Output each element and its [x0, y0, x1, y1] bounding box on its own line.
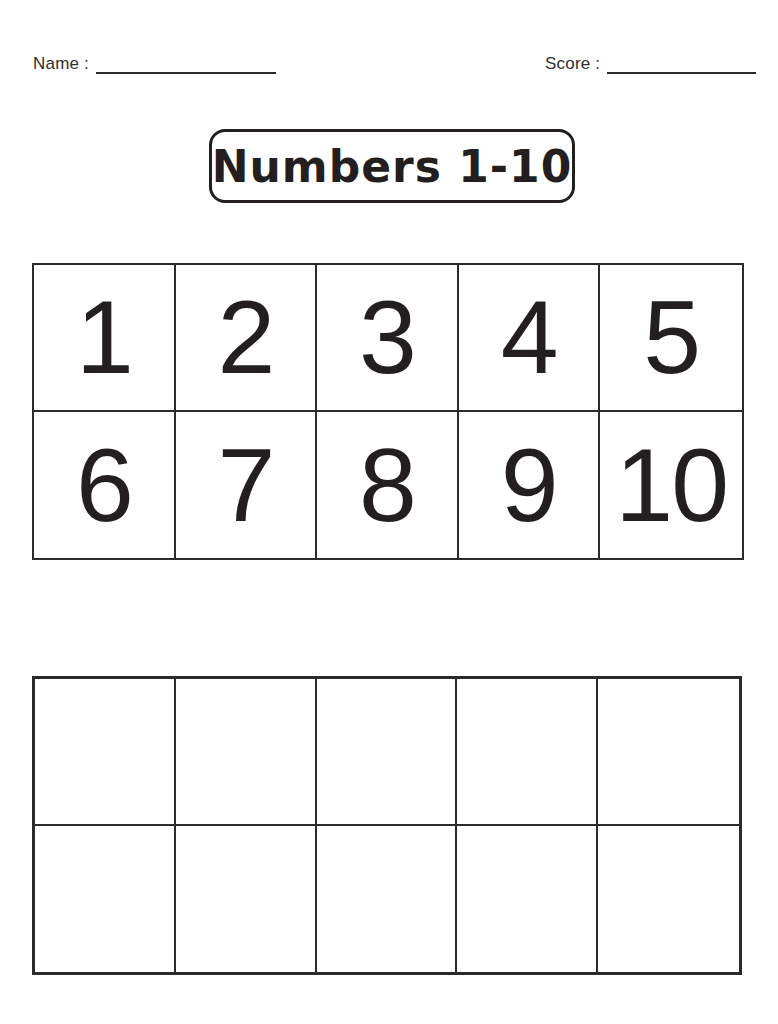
practice-cell-5[interactable]: [598, 679, 739, 826]
practice-cell-9[interactable]: [457, 826, 598, 973]
name-label: Name :: [33, 55, 89, 74]
number-cell-8: 8: [317, 412, 459, 559]
number-cell-2: 2: [176, 265, 318, 412]
page-title: Numbers 1-10: [212, 141, 573, 192]
numbers-grid: 1 2 3 4 5 6 7 8 9 10: [32, 263, 744, 560]
practice-cell-1[interactable]: [35, 679, 176, 826]
number-cell-3: 3: [317, 265, 459, 412]
score-label: Score :: [545, 55, 600, 74]
number-cell-4: 4: [459, 265, 601, 412]
number-cell-6: 6: [34, 412, 176, 559]
practice-cell-10[interactable]: [598, 826, 739, 973]
number-cell-9: 9: [459, 412, 601, 559]
number-cell-10: 10: [600, 412, 742, 559]
worksheet-page: { "game": "counting-practice-worksheet",…: [0, 0, 778, 1024]
score-field-group: Score :: [545, 55, 756, 74]
practice-cell-4[interactable]: [457, 679, 598, 826]
number-cell-5: 5: [600, 265, 742, 412]
practice-cell-6[interactable]: [35, 826, 176, 973]
practice-cell-7[interactable]: [176, 826, 317, 973]
title-box: Numbers 1-10: [209, 129, 575, 203]
number-cell-7: 7: [176, 412, 318, 559]
practice-cell-8[interactable]: [317, 826, 458, 973]
name-field-group: Name :: [33, 55, 276, 74]
score-input-line[interactable]: [607, 58, 756, 74]
number-cell-1: 1: [34, 265, 176, 412]
name-input-line[interactable]: [96, 58, 276, 74]
practice-grid: [32, 676, 742, 975]
practice-cell-2[interactable]: [176, 679, 317, 826]
practice-cell-3[interactable]: [317, 679, 458, 826]
